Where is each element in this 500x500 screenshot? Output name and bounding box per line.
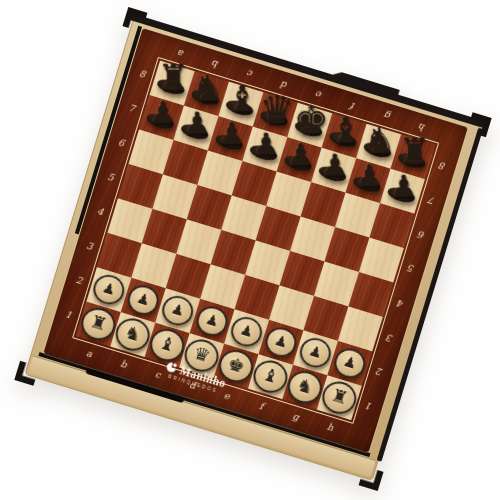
rank-label-right-6: 6 [417, 229, 426, 241]
white-bishop-c1: ♝ [157, 333, 179, 355]
rank-label-left-4: 4 [96, 206, 105, 218]
rank-label-left-3: 3 [85, 240, 94, 252]
white-pawn-d2-disc: ♟ [193, 303, 231, 340]
white-king-e1: ♚ [226, 354, 248, 376]
rank-label-right-7: 7 [428, 194, 437, 206]
chess-set: ♜♞♝♛♚♝♞♜♟♟♟♟♟♟♟♟♟♟♟♟♟♟♟♟♜♞♝♛♚♝♞♜ aa88bb7… [24, 17, 481, 481]
white-queen-d1: ♛ [191, 344, 213, 366]
white-pawn-b2: ♟ [135, 291, 152, 308]
white-pawn-g2: ♟ [307, 343, 324, 360]
rank-label-right-5: 5 [407, 263, 416, 275]
rank-label-right-4: 4 [396, 297, 405, 309]
rank-label-left-8: 8 [138, 68, 147, 80]
white-pawn-c2-disc: ♟ [159, 292, 197, 329]
rank-label-right-1: 1 [364, 401, 373, 413]
rank-label-left-7: 7 [127, 102, 136, 114]
white-pawn-c2: ♟ [169, 301, 186, 318]
white-pawn-a2-disc: ♟ [90, 271, 128, 308]
rank-label-right-8: 8 [438, 160, 447, 172]
white-pawn-h2: ♟ [342, 354, 359, 371]
black-pawn-g7: ♟ [356, 161, 383, 191]
black-pawn-e7: ♟ [287, 140, 314, 170]
white-knight-g1: ♞ [294, 375, 316, 397]
rank-label-right-2: 2 [375, 366, 384, 378]
file-label-bottom-a: a [85, 348, 94, 360]
white-pawn-b2-disc: ♟ [124, 282, 162, 319]
white-rook-h1-disc: ♜ [318, 377, 360, 418]
black-pawn-h7: ♟ [390, 172, 417, 202]
file-label-bottom-b: b [119, 358, 128, 370]
white-pawn-f2-disc: ♟ [262, 324, 300, 361]
product-photo: ♜♞♝♛♚♝♞♜♟♟♟♟♟♟♟♟♟♟♟♟♟♟♟♟♜♞♝♛♚♝♞♜ aa88bb7… [0, 0, 500, 500]
black-king-e8: ♚ [294, 101, 329, 140]
white-pawn-a2: ♟ [101, 280, 118, 297]
white-rook-a1: ♜ [88, 312, 110, 334]
black-pawn-b7: ♟ [184, 109, 211, 139]
black-pawn-c7: ♟ [218, 119, 245, 149]
white-rook-h1: ♜ [329, 386, 351, 408]
black-knight-g8: ♞ [364, 123, 396, 159]
black-rook-a8: ♜ [157, 60, 189, 96]
black-queen-d8: ♛ [259, 90, 294, 129]
white-pawn-h2-disc: ♟ [331, 345, 369, 382]
maninho-logo-icon [164, 360, 179, 375]
black-bishop-f8: ♝ [329, 113, 361, 149]
file-label-bottom-f: f [258, 401, 265, 413]
rank-label-left-5: 5 [106, 171, 115, 183]
white-pawn-e2-disc: ♟ [227, 313, 265, 350]
file-label-bottom-e: e [223, 390, 232, 402]
black-pawn-f7: ♟ [322, 151, 349, 181]
white-pawn-f2: ♟ [273, 333, 290, 350]
white-bishop-f1: ♝ [260, 365, 282, 387]
rank-label-right-3: 3 [385, 332, 394, 344]
file-label-bottom-h: h [326, 421, 335, 433]
black-rook-h8: ♜ [398, 134, 430, 170]
white-pawn-d2: ♟ [204, 312, 221, 329]
black-pawn-d7: ♟ [253, 130, 280, 160]
white-pawn-g2-disc: ♟ [296, 334, 334, 371]
file-label-bottom-g: g [291, 411, 300, 423]
rank-label-left-2: 2 [75, 274, 84, 286]
white-knight-b1: ♞ [122, 323, 144, 345]
black-knight-b8: ♞ [192, 71, 224, 107]
rank-label-left-6: 6 [117, 137, 126, 149]
rank-label-left-1: 1 [64, 309, 73, 321]
black-pawn-a7: ♟ [149, 98, 176, 128]
white-pawn-e2: ♟ [238, 322, 255, 339]
file-label-bottom-c: c [154, 369, 162, 381]
black-bishop-c8: ♝ [226, 81, 258, 117]
